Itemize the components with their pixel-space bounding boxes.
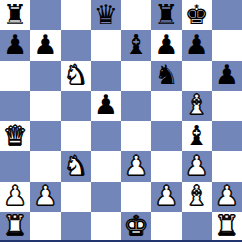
square-c3[interactable]: ♞ xyxy=(61,151,91,181)
black-rook-icon: ♜ xyxy=(3,1,27,28)
square-f5[interactable] xyxy=(151,91,181,121)
white-rook-icon: ♜ xyxy=(215,212,239,239)
square-b8[interactable] xyxy=(30,0,60,30)
square-f8[interactable]: ♜ xyxy=(151,0,181,30)
square-h6[interactable]: ♟ xyxy=(212,61,242,91)
square-f1[interactable] xyxy=(151,212,181,242)
square-b5[interactable] xyxy=(30,91,60,121)
square-h8[interactable] xyxy=(212,0,242,30)
square-h4[interactable] xyxy=(212,121,242,151)
square-f6[interactable]: ♞ xyxy=(151,61,181,91)
black-rook-icon: ♜ xyxy=(154,1,178,28)
black-queen-icon: ♛ xyxy=(94,1,118,28)
square-a6[interactable] xyxy=(0,61,30,91)
square-c4[interactable] xyxy=(61,121,91,151)
black-king-icon: ♚ xyxy=(185,1,209,28)
square-b2[interactable]: ♟ xyxy=(30,182,60,212)
square-e1[interactable]: ♚ xyxy=(121,212,151,242)
white-knight-icon: ♞ xyxy=(64,152,88,179)
square-f3[interactable] xyxy=(151,151,181,181)
white-pawn-icon: ♟ xyxy=(154,182,178,209)
white-pawn-icon: ♟ xyxy=(3,182,27,209)
square-f2[interactable]: ♟ xyxy=(151,182,181,212)
black-bishop-icon: ♝ xyxy=(124,31,148,58)
square-g2[interactable]: ♝ xyxy=(182,182,212,212)
square-g7[interactable]: ♟ xyxy=(182,30,212,60)
square-b1[interactable] xyxy=(30,212,60,242)
white-pawn-icon: ♟ xyxy=(185,152,209,179)
square-d4[interactable] xyxy=(91,121,121,151)
square-d7[interactable] xyxy=(91,30,121,60)
square-e6[interactable] xyxy=(121,61,151,91)
square-e7[interactable]: ♝ xyxy=(121,30,151,60)
square-h5[interactable] xyxy=(212,91,242,121)
white-pawn-icon: ♟ xyxy=(124,152,148,179)
black-pawn-icon: ♟ xyxy=(94,91,118,118)
square-a7[interactable]: ♟ xyxy=(0,30,30,60)
black-pawn-icon: ♟ xyxy=(185,31,209,58)
square-g3[interactable]: ♟ xyxy=(182,151,212,181)
chessboard-wrap: ♜♛♜♚♟♟♝♟♟♞♞♟♟♝♛♝♞♟♟♟♟♟♝♟♜♚♜ xyxy=(0,0,242,242)
square-d2[interactable] xyxy=(91,182,121,212)
square-a5[interactable] xyxy=(0,91,30,121)
square-g8[interactable]: ♚ xyxy=(182,0,212,30)
white-king-icon: ♚ xyxy=(124,212,148,239)
black-bishop-icon: ♝ xyxy=(185,122,209,149)
square-a3[interactable] xyxy=(0,151,30,181)
square-c5[interactable] xyxy=(61,91,91,121)
square-g6[interactable] xyxy=(182,61,212,91)
square-d3[interactable] xyxy=(91,151,121,181)
square-d6[interactable] xyxy=(91,61,121,91)
black-knight-icon: ♞ xyxy=(154,61,178,88)
square-e4[interactable] xyxy=(121,121,151,151)
square-f4[interactable] xyxy=(151,121,181,151)
square-g1[interactable] xyxy=(182,212,212,242)
square-g5[interactable]: ♝ xyxy=(182,91,212,121)
white-knight-icon: ♞ xyxy=(64,61,88,88)
white-pawn-icon: ♟ xyxy=(215,182,239,209)
square-a1[interactable]: ♜ xyxy=(0,212,30,242)
square-d8[interactable]: ♛ xyxy=(91,0,121,30)
square-a8[interactable]: ♜ xyxy=(0,0,30,30)
square-e8[interactable] xyxy=(121,0,151,30)
white-rook-icon: ♜ xyxy=(3,212,27,239)
square-h3[interactable] xyxy=(212,151,242,181)
white-bishop-icon: ♝ xyxy=(185,91,209,118)
square-c8[interactable] xyxy=(61,0,91,30)
square-h2[interactable]: ♟ xyxy=(212,182,242,212)
square-h1[interactable]: ♜ xyxy=(212,212,242,242)
black-pawn-icon: ♟ xyxy=(33,31,57,58)
white-pawn-icon: ♟ xyxy=(33,182,57,209)
square-c7[interactable] xyxy=(61,30,91,60)
white-queen-icon: ♛ xyxy=(3,122,27,149)
chessboard: ♜♛♜♚♟♟♝♟♟♞♞♟♟♝♛♝♞♟♟♟♟♟♝♟♜♚♜ xyxy=(0,0,242,242)
square-e3[interactable]: ♟ xyxy=(121,151,151,181)
square-a2[interactable]: ♟ xyxy=(0,182,30,212)
square-g4[interactable]: ♝ xyxy=(182,121,212,151)
square-h7[interactable] xyxy=(212,30,242,60)
square-e5[interactable] xyxy=(121,91,151,121)
square-b4[interactable] xyxy=(30,121,60,151)
square-d5[interactable]: ♟ xyxy=(91,91,121,121)
square-c1[interactable] xyxy=(61,212,91,242)
square-b3[interactable] xyxy=(30,151,60,181)
square-d1[interactable] xyxy=(91,212,121,242)
black-pawn-icon: ♟ xyxy=(215,61,239,88)
square-b6[interactable] xyxy=(30,61,60,91)
square-b7[interactable]: ♟ xyxy=(30,30,60,60)
white-bishop-icon: ♝ xyxy=(185,182,209,209)
square-e2[interactable] xyxy=(121,182,151,212)
black-pawn-icon: ♟ xyxy=(154,31,178,58)
square-a4[interactable]: ♛ xyxy=(0,121,30,151)
black-pawn-icon: ♟ xyxy=(3,31,27,58)
square-c6[interactable]: ♞ xyxy=(61,61,91,91)
square-f7[interactable]: ♟ xyxy=(151,30,181,60)
square-c2[interactable] xyxy=(61,182,91,212)
